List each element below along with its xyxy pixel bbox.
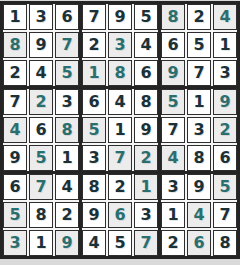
cell-r3c8[interactable]: 7 <box>187 60 211 86</box>
block-3-1: 674582319 <box>3 174 79 256</box>
cell-r6c9[interactable]: 6 <box>213 145 237 171</box>
cell-r5c3[interactable]: 8 <box>55 117 79 143</box>
cell-r5c6[interactable]: 9 <box>134 117 158 143</box>
sudoku-board: 1368972457952341868246519737234689516485… <box>0 1 240 259</box>
cell-r4c8[interactable]: 1 <box>187 89 211 115</box>
cell-r9c7[interactable]: 2 <box>161 230 185 256</box>
cell-r1c9[interactable]: 4 <box>213 4 237 30</box>
cell-r8c4[interactable]: 9 <box>82 202 106 228</box>
cell-r3c5[interactable]: 8 <box>108 60 132 86</box>
cell-r8c3[interactable]: 2 <box>55 202 79 228</box>
cell-r1c4[interactable]: 7 <box>82 4 106 30</box>
cell-r1c8[interactable]: 2 <box>187 4 211 30</box>
block-3-3: 395147268 <box>161 174 237 256</box>
cell-r7c2[interactable]: 7 <box>29 174 53 200</box>
cell-r6c1[interactable]: 9 <box>3 145 27 171</box>
cell-r6c2[interactable]: 5 <box>29 145 53 171</box>
cell-r2c4[interactable]: 2 <box>82 32 106 58</box>
block-2-3: 519732486 <box>161 89 237 171</box>
cell-r3c6[interactable]: 6 <box>134 60 158 86</box>
cell-r8c1[interactable]: 5 <box>3 202 27 228</box>
cell-r1c3[interactable]: 6 <box>55 4 79 30</box>
cell-r7c3[interactable]: 4 <box>55 174 79 200</box>
cell-r2c7[interactable]: 6 <box>161 32 185 58</box>
cell-r2c6[interactable]: 4 <box>134 32 158 58</box>
cell-r7c1[interactable]: 6 <box>3 174 27 200</box>
block-1-2: 795234186 <box>82 4 158 86</box>
cell-r4c3[interactable]: 3 <box>55 89 79 115</box>
cell-r5c9[interactable]: 2 <box>213 117 237 143</box>
cell-r6c5[interactable]: 7 <box>108 145 132 171</box>
cell-r6c6[interactable]: 2 <box>134 145 158 171</box>
cell-r4c7[interactable]: 5 <box>161 89 185 115</box>
cell-r2c9[interactable]: 1 <box>213 32 237 58</box>
cell-r2c5[interactable]: 3 <box>108 32 132 58</box>
cell-r9c6[interactable]: 7 <box>134 230 158 256</box>
cell-r7c7[interactable]: 3 <box>161 174 185 200</box>
cell-r7c9[interactable]: 5 <box>213 174 237 200</box>
cell-r3c9[interactable]: 3 <box>213 60 237 86</box>
cell-r7c8[interactable]: 9 <box>187 174 211 200</box>
block-1-1: 136897245 <box>3 4 79 86</box>
block-3-2: 821963457 <box>82 174 158 256</box>
cell-r1c7[interactable]: 8 <box>161 4 185 30</box>
cell-r7c5[interactable]: 2 <box>108 174 132 200</box>
cell-r3c2[interactable]: 4 <box>29 60 53 86</box>
block-2-1: 723468951 <box>3 89 79 171</box>
cell-r6c7[interactable]: 4 <box>161 145 185 171</box>
cell-r9c3[interactable]: 9 <box>55 230 79 256</box>
cell-r9c1[interactable]: 3 <box>3 230 27 256</box>
cell-r7c6[interactable]: 1 <box>134 174 158 200</box>
cell-r2c3[interactable]: 7 <box>55 32 79 58</box>
cell-r6c4[interactable]: 3 <box>82 145 106 171</box>
cell-r4c5[interactable]: 4 <box>108 89 132 115</box>
cell-r3c3[interactable]: 5 <box>55 60 79 86</box>
cell-r1c5[interactable]: 9 <box>108 4 132 30</box>
cell-r2c2[interactable]: 9 <box>29 32 53 58</box>
cell-r6c3[interactable]: 1 <box>55 145 79 171</box>
cell-r3c7[interactable]: 9 <box>161 60 185 86</box>
cell-r5c2[interactable]: 6 <box>29 117 53 143</box>
cell-r2c8[interactable]: 5 <box>187 32 211 58</box>
cell-r8c9[interactable]: 7 <box>213 202 237 228</box>
cell-r4c4[interactable]: 6 <box>82 89 106 115</box>
cell-r3c1[interactable]: 2 <box>3 60 27 86</box>
cell-r5c1[interactable]: 4 <box>3 117 27 143</box>
block-1-3: 824651973 <box>161 4 237 86</box>
cell-r4c9[interactable]: 9 <box>213 89 237 115</box>
cell-r8c7[interactable]: 1 <box>161 202 185 228</box>
cell-r9c2[interactable]: 1 <box>29 230 53 256</box>
cell-r6c8[interactable]: 8 <box>187 145 211 171</box>
cell-r9c8[interactable]: 6 <box>187 230 211 256</box>
cell-r1c6[interactable]: 5 <box>134 4 158 30</box>
cell-r5c5[interactable]: 1 <box>108 117 132 143</box>
cell-r8c8[interactable]: 4 <box>187 202 211 228</box>
cell-r2c1[interactable]: 8 <box>3 32 27 58</box>
cell-r5c4[interactable]: 5 <box>82 117 106 143</box>
cell-r8c6[interactable]: 3 <box>134 202 158 228</box>
cell-r4c1[interactable]: 7 <box>3 89 27 115</box>
cell-r9c5[interactable]: 5 <box>108 230 132 256</box>
cell-r9c9[interactable]: 8 <box>213 230 237 256</box>
cell-r3c4[interactable]: 1 <box>82 60 106 86</box>
cell-r4c2[interactable]: 2 <box>29 89 53 115</box>
cell-r4c6[interactable]: 8 <box>134 89 158 115</box>
block-2-2: 648519372 <box>82 89 158 171</box>
cell-r7c4[interactable]: 8 <box>82 174 106 200</box>
cell-r8c2[interactable]: 8 <box>29 202 53 228</box>
cell-r8c5[interactable]: 6 <box>108 202 132 228</box>
cell-r1c2[interactable]: 3 <box>29 4 53 30</box>
cell-r1c1[interactable]: 1 <box>3 4 27 30</box>
cell-r9c4[interactable]: 4 <box>82 230 106 256</box>
cell-r5c8[interactable]: 3 <box>187 117 211 143</box>
cell-r5c7[interactable]: 7 <box>161 117 185 143</box>
